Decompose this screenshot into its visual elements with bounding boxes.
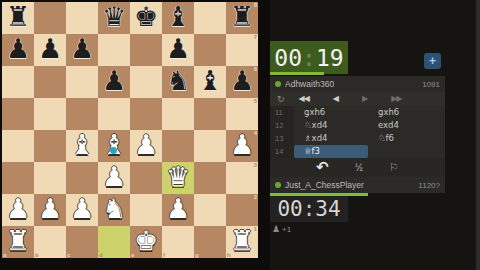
piece-black-rook[interactable]: ♜ — [2, 2, 34, 34]
square-e6[interactable] — [130, 66, 162, 98]
square-b5[interactable] — [34, 98, 66, 130]
clock-seconds: 34 — [315, 197, 340, 221]
coord-rank-5: 5 — [254, 98, 257, 104]
clock-separator: : — [302, 45, 316, 71]
move-row-14: 14♕f3 — [270, 145, 445, 158]
move-number: 11 — [270, 106, 294, 119]
piece-white-bishop[interactable]: ♝ — [66, 130, 98, 162]
coord-file-b: b — [35, 252, 39, 258]
material-count: +1 — [282, 225, 291, 234]
piece-white-pawn[interactable]: ♟ — [162, 194, 194, 226]
piece-black-rook[interactable]: ♜ — [226, 2, 258, 34]
square-e5[interactable] — [130, 98, 162, 130]
square-h5[interactable]: 5 — [226, 98, 258, 130]
move-list: 11gxh6gxh612♘xd4exd413♗xd4♘f614♕f3 — [270, 106, 445, 158]
piece-white-rook[interactable]: ♜ — [2, 226, 34, 258]
square-f5[interactable] — [162, 98, 194, 130]
square-f1[interactable]: f — [162, 226, 194, 258]
takeback-icon[interactable]: ↶ — [316, 159, 329, 176]
pawn-icon: ♟ — [272, 224, 280, 234]
coord-rank-2: 2 — [254, 194, 257, 200]
piece-white-pawn[interactable]: ♟ — [98, 162, 130, 194]
square-f4[interactable] — [162, 130, 194, 162]
game-action-bar: ↶ ½ ⚐ — [270, 158, 445, 177]
clock-seconds: 19 — [316, 45, 344, 71]
square-e3[interactable] — [130, 162, 162, 194]
move-number: 12 — [270, 119, 294, 132]
square-b4[interactable] — [34, 130, 66, 162]
resign-flag-icon[interactable]: ⚐ — [389, 161, 399, 174]
piece-black-pawn[interactable]: ♟ — [34, 34, 66, 66]
move-navigation-bar: ↻ ◀◀ ◀ ▶ ▶▶ — [270, 92, 445, 106]
top-player-bar: Adhwaith360 1091 — [270, 76, 445, 92]
bottom-player-rating: 1120? — [418, 181, 440, 190]
square-a5[interactable] — [2, 98, 34, 130]
piece-white-king[interactable]: ♚ — [130, 226, 162, 258]
square-e7[interactable] — [130, 34, 162, 66]
piece-white-bishop[interactable]: ♝ — [98, 130, 130, 162]
top-time-bar — [270, 72, 324, 75]
piece-white-pawn[interactable]: ♟ — [130, 130, 162, 162]
top-player-name[interactable]: Adhwaith360 — [285, 79, 334, 89]
move-13-white[interactable]: ♗xd4 — [294, 132, 368, 145]
piece-black-pawn[interactable]: ♟ — [2, 34, 34, 66]
piece-black-bishop[interactable]: ♝ — [162, 2, 194, 34]
piece-black-knight[interactable]: ♞ — [162, 66, 194, 98]
move-11-black[interactable]: gxh6 — [368, 106, 442, 119]
first-move-button[interactable]: ◀◀ — [299, 92, 309, 106]
piece-white-pawn[interactable]: ♟ — [226, 130, 258, 162]
draw-offer-icon[interactable]: ½ — [355, 162, 363, 173]
piece-black-pawn[interactable]: ♟ — [98, 66, 130, 98]
square-b8[interactable] — [34, 2, 66, 34]
square-c1[interactable]: c — [66, 226, 98, 258]
move-12-black[interactable]: exd4 — [368, 119, 442, 132]
board-frame: 8765432abcdefgh1♜♛♚♝♜♟♟♟♟♟♞♝♟♝♝♟♟♟♛♟♟♟♞♟… — [0, 0, 270, 270]
move-11-white[interactable]: gxh6 — [294, 106, 368, 119]
square-h2[interactable]: 2 — [226, 194, 258, 226]
coord-file-f: f — [163, 252, 165, 258]
piece-white-pawn[interactable]: ♟ — [2, 194, 34, 226]
piece-white-knight[interactable]: ♞ — [98, 194, 130, 226]
give-more-time-button[interactable]: + — [424, 53, 441, 69]
square-c6[interactable] — [66, 66, 98, 98]
square-d7[interactable] — [98, 34, 130, 66]
square-d1[interactable]: d — [98, 226, 130, 258]
material-advantage: ♟ +1 — [272, 224, 291, 234]
square-e2[interactable] — [130, 194, 162, 226]
square-h3[interactable]: 3 — [226, 162, 258, 194]
chess-board[interactable]: 8765432abcdefgh1♜♛♚♝♜♟♟♟♟♟♞♝♟♝♝♟♟♟♛♟♟♟♞♟… — [2, 2, 258, 258]
square-g2[interactable] — [194, 194, 226, 226]
annotation-dot-d4 — [110, 147, 117, 154]
cycle-icon[interactable]: ↻ — [277, 92, 285, 106]
coord-file-d: d — [99, 252, 103, 258]
coord-file-c: c — [67, 252, 70, 258]
piece-black-queen[interactable]: ♛ — [98, 2, 130, 34]
square-g7[interactable] — [194, 34, 226, 66]
square-b1[interactable]: b — [34, 226, 66, 258]
move-14-black[interactable] — [368, 145, 442, 158]
move-14-white[interactable]: ♕f3 — [294, 145, 368, 158]
top-player-clock: 00:19 — [270, 41, 348, 74]
move-12-white[interactable]: ♘xd4 — [294, 119, 368, 132]
square-g4[interactable] — [194, 130, 226, 162]
piece-black-pawn[interactable]: ♟ — [162, 34, 194, 66]
piece-white-pawn[interactable]: ♟ — [66, 194, 98, 226]
move-row-13: 13♗xd4♘f6 — [270, 132, 445, 145]
square-g1[interactable]: g — [194, 226, 226, 258]
coord-rank-7: 7 — [254, 34, 257, 40]
square-a3[interactable] — [2, 162, 34, 194]
move-row-11: 11gxh6gxh6 — [270, 106, 445, 119]
bottom-player-bar: Just_A_ChessPlayer 1120? — [270, 177, 445, 193]
square-c3[interactable] — [66, 162, 98, 194]
square-g3[interactable] — [194, 162, 226, 194]
square-b3[interactable] — [34, 162, 66, 194]
square-c8[interactable] — [66, 2, 98, 34]
piece-white-pawn[interactable]: ♟ — [34, 194, 66, 226]
piece-black-bishop[interactable]: ♝ — [194, 66, 226, 98]
game-sidebar: 00:19 + Adhwaith360 1091 ↻ ◀◀ ◀ ▶ ▶▶ 11g… — [270, 0, 445, 270]
square-c5[interactable] — [66, 98, 98, 130]
clock-minutes: 00 — [277, 197, 302, 221]
clock-separator: : — [303, 197, 316, 221]
square-d5[interactable] — [98, 98, 130, 130]
coord-rank-3: 3 — [254, 162, 257, 168]
piece-black-king[interactable]: ♚ — [130, 2, 162, 34]
page-scrollbar[interactable] — [476, 0, 480, 270]
square-a6[interactable] — [2, 66, 34, 98]
move-number: 13 — [270, 132, 294, 145]
prev-move-button[interactable]: ◀ — [333, 92, 338, 106]
piece-white-rook[interactable]: ♜ — [226, 226, 258, 258]
bottom-player-clock: 00:34 — [270, 196, 348, 222]
move-number: 14 — [270, 145, 294, 158]
square-h7[interactable]: 7 — [226, 34, 258, 66]
piece-white-queen[interactable]: ♛ — [162, 162, 194, 194]
coord-file-g: g — [195, 252, 199, 258]
move-row-12: 12♘xd4exd4 — [270, 119, 445, 132]
piece-black-pawn[interactable]: ♟ — [66, 34, 98, 66]
clock-minutes: 00 — [274, 45, 302, 71]
square-a4[interactable] — [2, 130, 34, 162]
next-move-button[interactable]: ▶ — [362, 92, 367, 106]
online-dot — [275, 81, 281, 87]
last-move-button[interactable]: ▶▶ — [391, 92, 401, 106]
piece-black-pawn[interactable]: ♟ — [226, 66, 258, 98]
bottom-player-name[interactable]: Just_A_ChessPlayer — [285, 180, 364, 190]
bottom-time-bar — [270, 193, 368, 196]
online-dot — [275, 182, 281, 188]
top-player-rating: 1091 — [422, 80, 440, 89]
square-g5[interactable] — [194, 98, 226, 130]
move-13-black[interactable]: ♘f6 — [368, 132, 442, 145]
square-g8[interactable] — [194, 2, 226, 34]
square-b6[interactable] — [34, 66, 66, 98]
